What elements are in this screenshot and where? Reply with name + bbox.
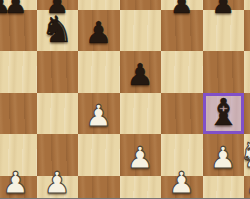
square-g5[interactable]: [203, 51, 245, 93]
white-pawn-f2[interactable]: ♟: [161, 160, 203, 199]
square-c4[interactable]: [37, 93, 79, 135]
black-bishop-g4[interactable]: ♝: [203, 93, 245, 135]
black-pawn-g7[interactable]: ♟: [203, 0, 245, 20]
black-pawn-f7[interactable]: ♟: [161, 0, 203, 20]
square-d7[interactable]: [78, 0, 120, 10]
square-e4[interactable]: [120, 93, 162, 135]
black-pawn-e5[interactable]: ♟: [120, 51, 162, 93]
square-b4[interactable]: [0, 93, 37, 135]
white-pawn-b2[interactable]: ♟: [0, 160, 37, 199]
square-d2[interactable]: [78, 176, 120, 199]
square-h4[interactable]: [244, 93, 250, 135]
board-viewport: ♟♟♟♟♟♞♟♟♝♟♟♟♞♟♟♟♟: [0, 0, 250, 198]
white-pawn-h2[interactable]: ♟: [238, 160, 250, 199]
square-h5[interactable]: [244, 51, 250, 93]
square-e2[interactable]: [120, 176, 162, 199]
square-d5[interactable]: [78, 51, 120, 93]
square-d3[interactable]: [78, 134, 120, 176]
square-e6[interactable]: [120, 10, 162, 52]
white-pawn-d4[interactable]: ♟: [78, 93, 120, 135]
white-pawn-e3[interactable]: ♟: [120, 134, 162, 176]
square-f4[interactable]: [161, 93, 203, 135]
white-pawn-c2[interactable]: ♟: [37, 160, 79, 199]
square-h6[interactable]: [244, 10, 250, 52]
black-pawn-d6[interactable]: ♟: [78, 10, 120, 52]
square-c5[interactable]: [37, 51, 79, 93]
black-pawn-b7[interactable]: ♟: [0, 0, 37, 20]
square-h7[interactable]: [244, 0, 250, 10]
square-b5[interactable]: [0, 51, 37, 93]
square-f5[interactable]: [161, 51, 203, 93]
black-knight-c6[interactable]: ♞: [37, 10, 79, 52]
square-e7[interactable]: [120, 0, 162, 10]
